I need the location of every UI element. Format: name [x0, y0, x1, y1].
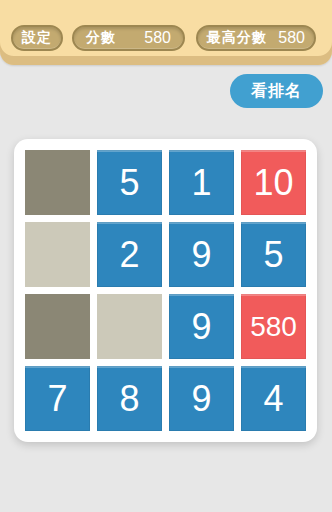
tile-r0c1[interactable]: 5 — [97, 150, 162, 215]
score-display: 分數 580 — [72, 25, 185, 51]
best-score-display: 最高分數 580 — [196, 25, 316, 51]
tile-r3c2[interactable]: 9 — [169, 366, 234, 431]
tile-r3c1[interactable]: 8 — [97, 366, 162, 431]
tile-r0c2[interactable]: 1 — [169, 150, 234, 215]
best-score-value: 580 — [278, 29, 305, 47]
tile-r0c3[interactable]: 10 — [241, 150, 306, 215]
tile-r3c0[interactable]: 7 — [25, 366, 90, 431]
view-ranking-button[interactable]: 看排名 — [230, 74, 323, 108]
header-bar: 設定 分數 580 最高分數 580 — [0, 0, 332, 65]
score-value: 580 — [144, 29, 171, 47]
tile-r2c1[interactable] — [97, 294, 162, 359]
tile-r2c3[interactable]: 580 — [241, 294, 306, 359]
tile-r1c1[interactable]: 2 — [97, 222, 162, 287]
game-board[interactable]: 511029595807894 — [14, 139, 317, 442]
settings-button[interactable]: 設定 — [11, 25, 63, 51]
tile-r1c2[interactable]: 9 — [169, 222, 234, 287]
best-score-label: 最高分數 — [207, 29, 267, 47]
tile-r3c3[interactable]: 4 — [241, 366, 306, 431]
score-label: 分數 — [86, 29, 116, 47]
settings-button-label: 設定 — [22, 29, 52, 47]
tile-r0c0[interactable] — [25, 150, 90, 215]
tile-r2c0[interactable] — [25, 294, 90, 359]
tile-r1c3[interactable]: 5 — [241, 222, 306, 287]
tile-r2c2[interactable]: 9 — [169, 294, 234, 359]
tile-r1c0[interactable] — [25, 222, 90, 287]
